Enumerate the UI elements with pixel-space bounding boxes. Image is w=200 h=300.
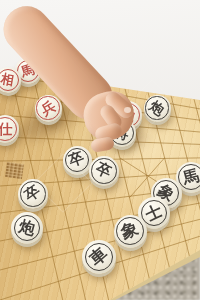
piece-red-soldier[interactable]: 兵: [35, 95, 62, 122]
piece-black-cannon[interactable]: 炮: [11, 212, 43, 244]
piece-black-soldier[interactable]: 卒: [89, 156, 119, 186]
piece-black-chariot[interactable]: 車: [82, 240, 116, 274]
board-seal-stamp: [5, 162, 24, 179]
piece-black-general[interactable]: 将: [108, 119, 136, 147]
xiangqi-photo: 馬相兵炮炮仕将卒卒馬象卒士炮象車: [0, 0, 200, 300]
piece-black-elephant[interactable]: 象: [114, 215, 147, 248]
